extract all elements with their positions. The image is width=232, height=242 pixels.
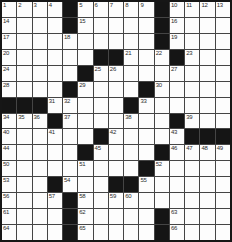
clue-number-21: 21: [125, 50, 131, 57]
cell-r15c8[interactable]: [109, 225, 123, 240]
clue-number-61: 61: [3, 209, 9, 216]
cell-r11c5[interactable]: [63, 161, 77, 176]
cell-r14c8[interactable]: [109, 209, 123, 224]
clue-number-37: 37: [64, 114, 70, 121]
clue-number-45: 45: [95, 145, 101, 152]
cell-r13c13[interactable]: [185, 193, 199, 208]
cell-r15c3[interactable]: [33, 225, 47, 240]
clue-number-2: 2: [18, 2, 21, 9]
cell-r5c13[interactable]: [185, 66, 199, 81]
cell-r10c8[interactable]: [109, 145, 123, 160]
black-cell-r4c8: [109, 50, 123, 65]
cell-r3c1[interactable]: 17: [2, 34, 16, 49]
cell-r13c4[interactable]: 57: [48, 193, 62, 208]
black-cell-r14c5: [63, 209, 77, 224]
cell-r4c1[interactable]: 20: [2, 50, 16, 65]
clue-number-48: 48: [201, 145, 207, 152]
cell-r12c6[interactable]: [78, 177, 92, 192]
cell-r3c13[interactable]: [185, 34, 199, 49]
cell-r12c5[interactable]: 54: [63, 177, 77, 192]
cell-r5c5[interactable]: [63, 66, 77, 81]
clue-number-9: 9: [140, 2, 143, 9]
cell-r12c10[interactable]: 55: [139, 177, 153, 192]
black-cell-r5c6: [78, 66, 92, 81]
black-cell-r15c11: [155, 225, 169, 240]
clue-number-27: 27: [171, 66, 177, 73]
cell-r5c10[interactable]: [139, 66, 153, 81]
cell-r15c2[interactable]: [17, 225, 31, 240]
cell-r8c13[interactable]: 39: [185, 114, 199, 129]
black-cell-r6c10: [139, 82, 153, 97]
cell-r9c6[interactable]: [78, 129, 92, 144]
black-cell-r15c5: [63, 225, 77, 240]
clue-number-35: 35: [18, 114, 24, 121]
clue-number-43: 43: [171, 129, 177, 136]
cell-r5c4[interactable]: [48, 66, 62, 81]
cell-r1c8[interactable]: 7: [109, 2, 123, 17]
cell-r10c5[interactable]: [63, 145, 77, 160]
clue-number-46: 46: [171, 145, 177, 152]
cell-r15c7[interactable]: [94, 225, 108, 240]
cell-r7c11[interactable]: [155, 98, 169, 113]
cell-r6c6[interactable]: 29: [78, 82, 92, 97]
cell-r13c14[interactable]: [200, 193, 214, 208]
cell-r4c13[interactable]: 23: [185, 50, 199, 65]
black-cell-r9c15: [216, 129, 230, 144]
cell-r7c10[interactable]: 33: [139, 98, 153, 113]
clue-number-52: 52: [156, 161, 162, 168]
clue-number-47: 47: [186, 145, 192, 152]
clue-number-11: 11: [186, 2, 192, 9]
cell-r10c9[interactable]: [124, 145, 138, 160]
black-cell-r9c13: [185, 129, 199, 144]
cell-r2c15[interactable]: [216, 18, 230, 33]
cell-r5c2[interactable]: [17, 66, 31, 81]
cell-r9c12[interactable]: 43: [170, 129, 184, 144]
crossword-board: 1234567891011121314151617181920212223242…: [0, 0, 232, 242]
cell-r4c11[interactable]: 22: [155, 50, 169, 65]
cell-r7c5[interactable]: 32: [63, 98, 77, 113]
cell-r10c1[interactable]: 44: [2, 145, 16, 160]
cell-r4c14[interactable]: [200, 50, 214, 65]
cell-r11c6[interactable]: 51: [78, 161, 92, 176]
cell-r3c8[interactable]: [109, 34, 123, 49]
cell-r8c2[interactable]: 35: [17, 114, 31, 129]
cell-r11c7[interactable]: [94, 161, 108, 176]
cell-r5c12[interactable]: 27: [170, 66, 184, 81]
cell-r12c7[interactable]: [94, 177, 108, 192]
clue-number-1: 1: [3, 2, 6, 9]
cell-r5c3[interactable]: [33, 66, 47, 81]
clue-number-32: 32: [64, 98, 70, 105]
cell-r1c13[interactable]: 11: [185, 2, 199, 17]
cell-r4c2[interactable]: [17, 50, 31, 65]
cell-r11c15[interactable]: [216, 161, 230, 176]
black-cell-r7c3: [33, 98, 47, 113]
cell-r1c6[interactable]: 5: [78, 2, 92, 17]
clue-number-56: 56: [3, 193, 9, 200]
cell-r14c1[interactable]: 61: [2, 209, 16, 224]
cell-r5c14[interactable]: [200, 66, 214, 81]
clue-number-5: 5: [79, 2, 82, 9]
clue-number-63: 63: [171, 209, 177, 216]
black-cell-r4c12: [170, 50, 184, 65]
cell-r9c3[interactable]: [33, 129, 47, 144]
clue-number-3: 3: [34, 2, 37, 9]
clue-number-22: 22: [156, 50, 162, 57]
cell-r3c4[interactable]: [48, 34, 62, 49]
cell-r10c2[interactable]: [17, 145, 31, 160]
cell-r7c8[interactable]: [109, 98, 123, 113]
cell-r2c2[interactable]: [17, 18, 31, 33]
cell-r11c1[interactable]: 50: [2, 161, 16, 176]
black-cell-r12c8: [109, 177, 123, 192]
clue-number-58: 58: [79, 193, 85, 200]
cell-r10c10[interactable]: [139, 145, 153, 160]
cell-r12c3[interactable]: [33, 177, 47, 192]
cell-r15c15[interactable]: [216, 225, 230, 240]
cell-r14c15[interactable]: [216, 209, 230, 224]
cell-r14c7[interactable]: [94, 209, 108, 224]
cell-r14c14[interactable]: [200, 209, 214, 224]
black-cell-r1c11: [155, 2, 169, 17]
cell-r2c13[interactable]: [185, 18, 199, 33]
cell-r5c11[interactable]: [155, 66, 169, 81]
clue-number-65: 65: [79, 225, 85, 232]
cell-r11c2[interactable]: [17, 161, 31, 176]
clue-number-54: 54: [64, 177, 70, 184]
clue-number-42: 42: [110, 129, 116, 136]
cell-r6c14[interactable]: [200, 82, 214, 97]
black-cell-r10c11: [155, 145, 169, 160]
cell-r15c14[interactable]: [200, 225, 214, 240]
cell-r8c10[interactable]: [139, 114, 153, 129]
cell-r7c14[interactable]: [200, 98, 214, 113]
cell-r6c2[interactable]: [17, 82, 31, 97]
cell-r12c1[interactable]: 53: [2, 177, 16, 192]
black-cell-r4c7: [94, 50, 108, 65]
cell-r14c6[interactable]: 62: [78, 209, 92, 224]
cell-r15c12[interactable]: 66: [170, 225, 184, 240]
cell-r6c4[interactable]: [48, 82, 62, 97]
clue-number-7: 7: [110, 2, 113, 9]
cell-r7c4[interactable]: 31: [48, 98, 62, 113]
cell-r1c14[interactable]: 12: [200, 2, 214, 17]
cell-r11c11[interactable]: 52: [155, 161, 169, 176]
cell-r6c3[interactable]: [33, 82, 47, 97]
clue-number-59: 59: [110, 193, 116, 200]
cell-r5c15[interactable]: [216, 66, 230, 81]
cell-r14c4[interactable]: [48, 209, 62, 224]
cell-r13c1[interactable]: 56: [2, 193, 16, 208]
clue-number-60: 60: [125, 193, 131, 200]
clue-number-33: 33: [140, 98, 146, 105]
cell-r1c9[interactable]: 8: [124, 2, 138, 17]
clue-number-36: 36: [34, 114, 40, 121]
cell-r11c8[interactable]: [109, 161, 123, 176]
cell-r10c13[interactable]: 47: [185, 145, 199, 160]
clue-number-49: 49: [217, 145, 223, 152]
clue-number-6: 6: [95, 2, 98, 9]
black-cell-r13c5: [63, 193, 77, 208]
cell-r15c4[interactable]: [48, 225, 62, 240]
black-cell-r2c11: [155, 18, 169, 33]
cell-r14c10[interactable]: [139, 209, 153, 224]
cell-r4c10[interactable]: [139, 50, 153, 65]
cell-r7c13[interactable]: [185, 98, 199, 113]
cell-r8c8[interactable]: [109, 114, 123, 129]
cell-r10c3[interactable]: [33, 145, 47, 160]
cell-r9c4[interactable]: 41: [48, 129, 62, 144]
cell-r6c8[interactable]: [109, 82, 123, 97]
clue-number-14: 14: [3, 18, 9, 25]
clue-number-13: 13: [217, 2, 223, 9]
cell-r13c6[interactable]: 58: [78, 193, 92, 208]
cell-r5c1[interactable]: 24: [2, 66, 16, 81]
cell-r2c14[interactable]: [200, 18, 214, 33]
clue-number-62: 62: [79, 209, 85, 216]
clue-number-17: 17: [3, 34, 9, 41]
black-cell-r1c5: [63, 2, 77, 17]
black-cell-r9c14: [200, 129, 214, 144]
cell-r8c15[interactable]: [216, 114, 230, 129]
cell-r1c4[interactable]: 4: [48, 2, 62, 17]
cell-r1c2[interactable]: 2: [17, 2, 31, 17]
cell-r9c10[interactable]: [139, 129, 153, 144]
clue-number-29: 29: [79, 82, 85, 89]
clue-number-66: 66: [171, 225, 177, 232]
black-cell-r10c6: [78, 145, 92, 160]
clue-number-28: 28: [3, 82, 9, 89]
cell-r14c3[interactable]: [33, 209, 47, 224]
cell-r13c15[interactable]: [216, 193, 230, 208]
cell-r10c14[interactable]: 48: [200, 145, 214, 160]
cell-r15c1[interactable]: 64: [2, 225, 16, 240]
cell-r13c2[interactable]: [17, 193, 31, 208]
clue-number-24: 24: [3, 66, 9, 73]
clue-number-20: 20: [3, 50, 9, 57]
cell-r6c1[interactable]: 28: [2, 82, 16, 97]
clue-number-30: 30: [156, 82, 162, 89]
cell-r2c6[interactable]: 15: [78, 18, 92, 33]
cell-r5c8[interactable]: 26: [109, 66, 123, 81]
cell-r15c13[interactable]: [185, 225, 199, 240]
cell-r12c15[interactable]: [216, 177, 230, 192]
black-cell-r12c4: [48, 177, 62, 192]
cell-r11c14[interactable]: [200, 161, 214, 176]
cell-r9c8[interactable]: 42: [109, 129, 123, 144]
cell-r10c12[interactable]: 46: [170, 145, 184, 160]
cell-r15c9[interactable]: [124, 225, 138, 240]
clue-number-23: 23: [186, 50, 192, 57]
cell-r14c12[interactable]: 63: [170, 209, 184, 224]
cell-r1c12[interactable]: 10: [170, 2, 184, 17]
cell-r1c7[interactable]: 6: [94, 2, 108, 17]
cell-r13c9[interactable]: 60: [124, 193, 138, 208]
cell-r3c14[interactable]: [200, 34, 214, 49]
cell-r12c14[interactable]: [200, 177, 214, 192]
cell-r13c12[interactable]: [170, 193, 184, 208]
cell-r10c7[interactable]: 45: [94, 145, 108, 160]
cell-r3c10[interactable]: [139, 34, 153, 49]
cell-r2c12[interactable]: 16: [170, 18, 184, 33]
black-cell-r3c11: [155, 34, 169, 49]
cell-r3c9[interactable]: [124, 34, 138, 49]
black-cell-r7c9: [124, 98, 138, 113]
cell-r5c9[interactable]: [124, 66, 138, 81]
clue-number-16: 16: [171, 18, 177, 25]
clue-number-40: 40: [3, 129, 9, 136]
black-cell-r9c7: [94, 129, 108, 144]
cell-r3c15[interactable]: [216, 34, 230, 49]
cell-r3c5[interactable]: 18: [63, 34, 77, 49]
clue-number-39: 39: [186, 114, 192, 121]
cell-r5c7[interactable]: 25: [94, 66, 108, 81]
cell-r8c7[interactable]: [94, 114, 108, 129]
cell-r7c15[interactable]: [216, 98, 230, 113]
cell-r11c3[interactable]: [33, 161, 47, 176]
cell-r7c6[interactable]: [78, 98, 92, 113]
cell-r13c3[interactable]: [33, 193, 47, 208]
clue-number-26: 26: [110, 66, 116, 73]
cell-r2c4[interactable]: [48, 18, 62, 33]
cell-r7c12[interactable]: [170, 98, 184, 113]
cell-r12c13[interactable]: [185, 177, 199, 192]
cell-r2c7[interactable]: [94, 18, 108, 33]
black-cell-r8c4: [48, 114, 62, 129]
cell-r3c3[interactable]: [33, 34, 47, 49]
cell-r4c15[interactable]: [216, 50, 230, 65]
cell-r6c12[interactable]: [170, 82, 184, 97]
cell-r8c5[interactable]: 37: [63, 114, 77, 129]
cell-r2c10[interactable]: [139, 18, 153, 33]
cell-r10c15[interactable]: 49: [216, 145, 230, 160]
cell-r12c12[interactable]: [170, 177, 184, 192]
cell-r3c7[interactable]: [94, 34, 108, 49]
cell-r9c1[interactable]: 40: [2, 129, 16, 144]
cell-r4c4[interactable]: [48, 50, 62, 65]
cell-r4c6[interactable]: [78, 50, 92, 65]
cell-r9c9[interactable]: [124, 129, 138, 144]
clue-number-34: 34: [3, 114, 9, 121]
clue-number-19: 19: [171, 34, 177, 41]
cell-r1c1[interactable]: 1: [2, 2, 16, 17]
cell-r14c13[interactable]: [185, 209, 199, 224]
cell-r15c6[interactable]: 65: [78, 225, 92, 240]
cell-r14c9[interactable]: [124, 209, 138, 224]
cell-r4c5[interactable]: [63, 50, 77, 65]
cell-r14c2[interactable]: [17, 209, 31, 224]
cell-r1c15[interactable]: 13: [216, 2, 230, 17]
cell-r9c5[interactable]: [63, 129, 77, 144]
cell-r1c10[interactable]: 9: [139, 2, 153, 17]
cell-r2c9[interactable]: [124, 18, 138, 33]
cell-r9c2[interactable]: [17, 129, 31, 144]
cell-r2c1[interactable]: 14: [2, 18, 16, 33]
cell-r11c9[interactable]: [124, 161, 138, 176]
cell-r4c3[interactable]: [33, 50, 47, 65]
clue-number-18: 18: [64, 34, 70, 41]
clue-number-64: 64: [3, 225, 9, 232]
cell-r11c12[interactable]: [170, 161, 184, 176]
clue-number-12: 12: [201, 2, 207, 9]
cell-r9c11[interactable]: [155, 129, 169, 144]
cell-r13c10[interactable]: [139, 193, 153, 208]
black-cell-r12c9: [124, 177, 138, 192]
cell-r10c4[interactable]: [48, 145, 62, 160]
clue-number-25: 25: [95, 66, 101, 73]
clue-number-15: 15: [79, 18, 85, 25]
cell-r8c11[interactable]: [155, 114, 169, 129]
black-cell-r7c1: [2, 98, 16, 113]
clue-number-51: 51: [79, 161, 85, 168]
cell-r8c3[interactable]: 36: [33, 114, 47, 129]
black-cell-r7c2: [17, 98, 31, 113]
cell-r12c11[interactable]: [155, 177, 169, 192]
cell-r6c13[interactable]: [185, 82, 199, 97]
cell-r13c11[interactable]: [155, 193, 169, 208]
clue-number-44: 44: [3, 145, 9, 152]
black-cell-r11c10: [139, 161, 153, 176]
cell-r8c1[interactable]: 34: [2, 114, 16, 129]
cell-r7c7[interactable]: [94, 98, 108, 113]
cell-r3c12[interactable]: 19: [170, 34, 184, 49]
clue-number-55: 55: [140, 177, 146, 184]
cell-r11c13[interactable]: [185, 161, 199, 176]
cell-r11c4[interactable]: [48, 161, 62, 176]
cell-r1c3[interactable]: 3: [33, 2, 47, 17]
cell-r6c15[interactable]: [216, 82, 230, 97]
cell-r8c6[interactable]: [78, 114, 92, 129]
clue-number-4: 4: [49, 2, 52, 9]
clue-number-8: 8: [125, 2, 128, 9]
cell-r3c6[interactable]: [78, 34, 92, 49]
cell-r12c2[interactable]: [17, 177, 31, 192]
cell-r2c3[interactable]: [33, 18, 47, 33]
black-cell-r6c5: [63, 82, 77, 97]
cell-r8c14[interactable]: [200, 114, 214, 129]
cell-r6c9[interactable]: [124, 82, 138, 97]
clue-number-53: 53: [3, 177, 9, 184]
cell-r13c8[interactable]: 59: [109, 193, 123, 208]
cell-r3c2[interactable]: [17, 34, 31, 49]
cell-r6c7[interactable]: [94, 82, 108, 97]
cell-r13c7[interactable]: [94, 193, 108, 208]
black-cell-r8c12: [170, 114, 184, 129]
clue-number-10: 10: [171, 2, 177, 9]
black-cell-r14c11: [155, 209, 169, 224]
cell-r6c11[interactable]: 30: [155, 82, 169, 97]
cell-r15c10[interactable]: [139, 225, 153, 240]
cell-r2c8[interactable]: [109, 18, 123, 33]
cell-r8c9[interactable]: 38: [124, 114, 138, 129]
clue-number-57: 57: [49, 193, 55, 200]
black-cell-r2c5: [63, 18, 77, 33]
clue-number-50: 50: [3, 161, 9, 168]
clue-number-31: 31: [49, 98, 55, 105]
cell-r4c9[interactable]: 21: [124, 50, 138, 65]
clue-number-41: 41: [49, 129, 55, 136]
clue-number-38: 38: [125, 114, 131, 121]
